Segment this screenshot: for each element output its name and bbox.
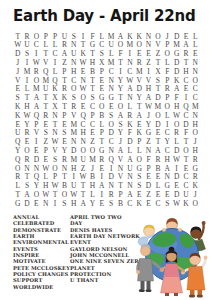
grid-cell: M	[135, 67, 144, 76]
grid-cell: Y	[13, 146, 22, 155]
word-list-column-1: ANNUALCELEBRATEDDEMONSTRATEEARTHENVIRONM…	[13, 214, 70, 290]
grid-cell: I	[116, 67, 125, 76]
grid-cell: D	[32, 155, 41, 164]
grid-cell: A	[22, 190, 31, 199]
grid-cell: R	[153, 155, 162, 164]
grid-cell: M	[153, 102, 162, 111]
grid-cell: A	[116, 146, 125, 155]
grid-cell: J	[13, 67, 22, 76]
grid-cell: F	[144, 155, 153, 164]
grid-cell: N	[191, 67, 200, 76]
grid-cell: I	[22, 58, 31, 67]
grid-cell: S	[60, 199, 69, 208]
grid-cell: O	[181, 146, 190, 155]
grid-cell: U	[181, 190, 190, 199]
grid-cell: C	[125, 199, 134, 208]
grid-cell: T	[181, 58, 190, 67]
grid-cell: C	[181, 111, 190, 120]
grid-cell: I	[50, 199, 59, 208]
grid-cell: D	[69, 146, 78, 155]
grid-cell: A	[153, 146, 162, 155]
grid-cell: N	[50, 111, 59, 120]
grid-cell: P	[41, 146, 50, 155]
grid-cell: W	[22, 111, 31, 120]
grid-cell: O	[163, 102, 172, 111]
grid-cell: H	[69, 67, 78, 76]
grid-cell: F	[163, 67, 172, 76]
grid-cell: O	[153, 111, 162, 120]
grid-cell: E	[107, 102, 116, 111]
grid-cell: D	[172, 67, 181, 76]
grid-cell: E	[32, 146, 41, 155]
grid-cell: W	[32, 58, 41, 67]
grid-cell: C	[153, 199, 162, 208]
wordsearch-grid: TROPPUSIFLMAKKNOJDELWUCLLRNTGCUOMONVPMAL…	[13, 32, 200, 208]
grid-cell: W	[172, 155, 181, 164]
grid-cell: G	[97, 146, 106, 155]
grid-cell: Y	[88, 199, 97, 208]
grid-cell: Q	[78, 111, 87, 120]
grid-cell: H	[69, 199, 78, 208]
grid-cell: T	[13, 190, 22, 199]
word-list-item: ONE NINE SEVEN ZERO	[70, 258, 134, 264]
grid-cell: D	[172, 190, 181, 199]
grid-cell: S	[50, 155, 59, 164]
grid-cell: W	[78, 58, 87, 67]
grid-cell: N	[107, 146, 116, 155]
grid-cell: H	[172, 102, 181, 111]
grid-cell: W	[172, 199, 181, 208]
grid-cell: C	[125, 67, 134, 76]
grid-cell: D	[172, 146, 181, 155]
grid-cell: B	[97, 111, 106, 120]
grid-cell: H	[163, 155, 172, 164]
grid-cell: P	[88, 111, 97, 120]
grid-cell: W	[69, 190, 78, 199]
grid-cell: O	[191, 199, 200, 208]
grid-cell: H	[191, 146, 200, 155]
grid-cell: T	[153, 58, 162, 67]
footer-section: ANNUALCELEBRATEDDEMONSTRATEEARTHENVIRONM…	[13, 214, 212, 298]
grid-cell: T	[181, 155, 190, 164]
grid-cell: R	[125, 111, 134, 120]
grid-cell: A	[32, 102, 41, 111]
grid-cell: O	[22, 146, 31, 155]
grid-cell: S	[163, 199, 172, 208]
grid-cell: O	[116, 102, 125, 111]
word-list-item: U THANT	[70, 277, 134, 283]
grid-cell: S	[107, 111, 116, 120]
grid-cell: N	[191, 58, 200, 67]
grid-cell: N	[144, 146, 153, 155]
grid-cell: R	[191, 155, 200, 164]
grid-cell: A	[116, 111, 125, 120]
grid-cell: X	[153, 67, 162, 76]
grid-cell: O	[60, 190, 69, 199]
grid-cell: C	[88, 102, 97, 111]
grid-cell: E	[135, 190, 144, 199]
grid-cell: O	[32, 190, 41, 199]
grid-cell: S	[107, 199, 116, 208]
grid-cell: O	[78, 146, 87, 155]
grid-cell: Z	[144, 190, 153, 199]
grid-cell: Q	[13, 155, 22, 164]
grid-cell: M	[69, 155, 78, 164]
grid-cell: V	[41, 58, 50, 67]
grid-cell: T	[50, 190, 59, 199]
grid-cell: M	[22, 67, 31, 76]
grid-cell: H	[88, 58, 97, 67]
grid-cell: L	[135, 146, 144, 155]
grid-cell: D	[22, 199, 31, 208]
grid-cell: E	[163, 190, 172, 199]
grid-cell: J	[13, 58, 22, 67]
grid-cell: R	[60, 155, 69, 164]
grid-cell: A	[135, 111, 144, 120]
grid-cell: J	[191, 190, 200, 199]
grid-cell: A	[125, 155, 134, 164]
grid-cell: J	[144, 111, 153, 120]
grid-cell: E	[41, 155, 50, 164]
grid-cell: K	[13, 102, 22, 111]
grid-cell: Q	[181, 102, 190, 111]
grid-cell: R	[22, 155, 31, 164]
grid-cell: K	[181, 199, 190, 208]
grid-cell: R	[41, 111, 50, 120]
grid-cell: B	[88, 67, 97, 76]
grid-cell: W	[144, 102, 153, 111]
grid-cell: N	[69, 58, 78, 67]
grid-cell: P	[97, 67, 106, 76]
grid-cell: I	[144, 67, 153, 76]
grid-cell: O	[97, 102, 106, 111]
grid-cell: O	[88, 146, 97, 155]
grid-cell: P	[60, 111, 69, 120]
puzzle-title: Earth Day - April 22nd	[13, 7, 212, 25]
grid-cell: T	[116, 58, 125, 67]
grid-cell: N	[41, 199, 50, 208]
grid-cell: B	[116, 199, 125, 208]
grid-cell: C	[107, 67, 116, 76]
grid-cell: Z	[144, 58, 153, 67]
grid-cell: O	[135, 155, 144, 164]
grid-cell: R	[69, 102, 78, 111]
grid-cell: E	[78, 67, 87, 76]
children-around-globe-illustration	[135, 214, 209, 298]
grid-cell: E	[153, 190, 162, 199]
grid-cell: X	[50, 102, 59, 111]
grid-cell: Q	[32, 111, 41, 120]
grid-cell: N	[191, 111, 200, 120]
grid-cell: L	[88, 190, 97, 199]
grid-cell: K	[135, 199, 144, 208]
grid-cell: R	[97, 155, 106, 164]
hand	[162, 228, 166, 232]
grid-cell: Y	[60, 146, 69, 155]
grid-cell: H	[181, 67, 190, 76]
grid-cell: P	[116, 190, 125, 199]
grid-cell: X	[97, 58, 106, 67]
grid-cell: M	[88, 155, 97, 164]
grid-cell: T	[135, 102, 144, 111]
grid-cell: T	[60, 102, 69, 111]
grid-cell: R	[107, 190, 116, 199]
grid-cell: L	[125, 102, 134, 111]
grid-cell: E	[32, 199, 41, 208]
hand	[178, 228, 182, 232]
grid-cell: M	[107, 58, 116, 67]
grid-cell: Q	[41, 67, 50, 76]
grid-cell: G	[13, 199, 22, 208]
grid-cell: P	[60, 67, 69, 76]
grid-cell: I	[97, 190, 106, 199]
grid-cell: R	[32, 67, 41, 76]
grid-cell: T	[78, 190, 87, 199]
grid-cell: R	[135, 58, 144, 67]
grid-cell: I	[50, 58, 59, 67]
grid-cell: K	[13, 111, 22, 120]
grid-cell: A	[125, 190, 134, 199]
grid-cell: D	[172, 58, 181, 67]
word-list-item: ENVIRONMENTAL	[13, 239, 70, 245]
grid-cell: L	[50, 67, 59, 76]
grid-cell: Q	[107, 155, 116, 164]
grid-cell: V	[69, 111, 78, 120]
grid-cell: C	[163, 146, 172, 155]
grid-cell: T	[41, 102, 50, 111]
grid-cell: Z	[60, 58, 69, 67]
worksheet-page: Earth Day - April 22nd TROPPUSIFLMAKKNOJ…	[0, 7, 212, 300]
grid-cell: V	[50, 146, 59, 155]
grid-cell: L	[163, 58, 172, 67]
grid-cell: L	[163, 111, 172, 120]
grid-cell: H	[22, 102, 31, 111]
grid-cell: M	[191, 102, 200, 111]
grid-cell: L	[125, 146, 134, 155]
grid-cell: U	[78, 155, 87, 164]
grid-cell: E	[97, 199, 106, 208]
word-list-item: WORLDWIDE	[13, 284, 70, 290]
grid-cell: A	[78, 199, 87, 208]
grid-cell: V	[116, 155, 125, 164]
word-list-column-2: APRIL TWO TWODAYDENIS HAYESEARTH DAY NET…	[70, 214, 134, 284]
grid-cell: E	[78, 102, 87, 111]
grid-cell: W	[172, 111, 181, 120]
grid-cell: N	[125, 58, 134, 67]
grid-cell: E	[144, 199, 153, 208]
grid-cell: W	[41, 190, 50, 199]
